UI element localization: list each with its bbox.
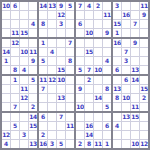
cell-r9c2[interactable]: 1 <box>11 76 19 84</box>
sudoku-box-r1c4: 3111691571 <box>113 2 148 37</box>
cell-r2c16[interactable]: 9 <box>140 11 148 19</box>
cell-r13c5[interactable]: 6 <box>39 113 47 121</box>
cell-r7c13[interactable] <box>113 57 121 65</box>
sudoku-box-r4c2: 671121635 <box>39 113 74 148</box>
cell-r8c16[interactable] <box>140 66 148 74</box>
cell-r3c10[interactable] <box>85 20 93 28</box>
sudoku-box-r2c3: 1545710 <box>76 39 111 74</box>
cell-r9c6[interactable]: 12 <box>48 76 56 84</box>
cell-r10c4[interactable] <box>29 85 37 93</box>
sudoku-box-r4c4: 131541012 <box>113 113 148 148</box>
cell-r1c6[interactable]: 13 <box>48 2 56 10</box>
cell-r13c16[interactable] <box>140 113 148 121</box>
cell-r12c16[interactable] <box>140 103 148 111</box>
cell-r6c7[interactable] <box>57 48 65 56</box>
cell-r6c16[interactable] <box>140 48 148 56</box>
cell-r3c2[interactable] <box>11 20 19 28</box>
cell-r6c3[interactable]: 10 <box>20 48 28 56</box>
cell-r4c16[interactable] <box>140 29 148 37</box>
cell-r9c12[interactable] <box>103 76 111 84</box>
cell-r15c8[interactable] <box>66 131 74 139</box>
cell-r15c4[interactable] <box>29 131 37 139</box>
cell-r5c5[interactable]: 1 <box>39 39 47 47</box>
cell-r1c2[interactable]: 6 <box>11 2 19 10</box>
cell-r14c16[interactable] <box>140 122 148 130</box>
cell-r11c15[interactable] <box>131 94 139 102</box>
cell-r3c1[interactable] <box>2 20 10 28</box>
cell-r14c1[interactable] <box>2 122 10 130</box>
cell-r12c2[interactable]: 7 <box>11 103 19 111</box>
cell-r10c1[interactable] <box>2 85 10 93</box>
cell-r9c5[interactable]: 11 <box>39 76 47 84</box>
cell-r13c11[interactable] <box>94 113 102 121</box>
cell-r14c5[interactable] <box>39 122 47 130</box>
sudoku-box-r2c2: 1745815 <box>39 39 74 74</box>
cell-r15c12[interactable] <box>103 131 111 139</box>
cell-r13c8[interactable] <box>66 113 74 121</box>
cell-r2c9[interactable] <box>76 11 84 19</box>
cell-r4c10[interactable]: 10 <box>85 29 93 37</box>
cell-r8c9[interactable]: 5 <box>76 66 84 74</box>
cell-r1c16[interactable]: 11 <box>140 2 148 10</box>
cell-r7c7[interactable] <box>57 57 65 65</box>
cell-r5c14[interactable] <box>122 39 130 47</box>
cell-r7c11[interactable] <box>94 57 102 65</box>
cell-r4c14[interactable] <box>122 29 130 37</box>
cell-r10c11[interactable] <box>94 85 102 93</box>
cell-r10c6[interactable] <box>48 85 56 93</box>
cell-r5c6[interactable] <box>48 39 56 47</box>
cell-r16c1[interactable]: 4 <box>2 140 10 148</box>
cell-r12c9[interactable]: 10 <box>76 103 84 111</box>
cell-r13c10[interactable] <box>85 113 93 121</box>
cell-r15c13[interactable] <box>113 131 121 139</box>
cell-r10c13[interactable]: 13 <box>113 85 121 93</box>
cell-r4c6[interactable] <box>48 29 56 37</box>
cell-r5c2[interactable]: 12 <box>11 39 19 47</box>
cell-r4c1[interactable] <box>2 29 10 37</box>
cell-r9c15[interactable]: 14 <box>131 76 139 84</box>
cell-r6c15[interactable] <box>131 48 139 56</box>
cell-r13c9[interactable] <box>76 113 84 121</box>
cell-r12c13[interactable] <box>113 103 121 111</box>
cell-r10c10[interactable] <box>85 85 93 93</box>
cell-r2c11[interactable] <box>94 11 102 19</box>
cell-r15c1[interactable]: 12 <box>2 131 10 139</box>
cell-r8c15[interactable]: 13 <box>131 66 139 74</box>
sudoku-box-r4c1: 14515123413 <box>2 113 37 148</box>
cell-r5c3[interactable] <box>20 39 28 47</box>
sudoku-box-r2c1: 121410111984 <box>2 39 37 74</box>
cell-r10c5[interactable]: 7 <box>39 85 47 93</box>
cell-r6c8[interactable] <box>66 48 74 56</box>
sudoku-board: 1064111514139512837421161093111691571121… <box>0 0 150 150</box>
cell-r2c3[interactable] <box>20 11 28 19</box>
cell-r3c5[interactable]: 8 <box>39 20 47 28</box>
cell-r8c13[interactable]: 6 <box>113 66 121 74</box>
cell-r9c1[interactable] <box>2 76 10 84</box>
cell-r4c15[interactable] <box>131 29 139 37</box>
sudoku-box-r3c3: 29814105 <box>76 76 111 111</box>
cell-r10c14[interactable] <box>122 85 130 93</box>
cell-r16c14[interactable] <box>122 140 130 148</box>
cell-r12c11[interactable] <box>94 103 102 111</box>
cell-r7c2[interactable] <box>11 57 19 65</box>
cell-r6c13[interactable] <box>113 48 121 56</box>
cell-r14c3[interactable] <box>20 122 28 130</box>
cell-r4c5[interactable] <box>39 29 47 37</box>
cell-r3c7[interactable]: 3 <box>57 20 65 28</box>
cell-r1c9[interactable]: 7 <box>76 2 84 10</box>
cell-r2c8[interactable] <box>66 11 74 19</box>
cell-r14c11[interactable] <box>94 122 102 130</box>
cell-r1c8[interactable]: 5 <box>66 2 74 10</box>
cell-r7c1[interactable]: 1 <box>2 57 10 65</box>
cell-r3c14[interactable] <box>122 20 130 28</box>
cell-r8c12[interactable] <box>103 66 111 74</box>
cell-r2c12[interactable]: 11 <box>103 11 111 19</box>
cell-r7c5[interactable]: 5 <box>39 57 47 65</box>
cell-r11c9[interactable] <box>76 94 84 102</box>
cell-r4c2[interactable]: 11 <box>11 29 19 37</box>
cell-r8c2[interactable]: 8 <box>11 66 19 74</box>
cell-r1c5[interactable]: 14 <box>39 2 47 10</box>
sudoku-box-r1c3: 742116109 <box>76 2 111 37</box>
cell-r5c13[interactable]: 16 <box>113 39 121 47</box>
cell-r10c9[interactable]: 9 <box>76 85 84 93</box>
cell-r11c10[interactable] <box>85 94 93 102</box>
cell-r16c9[interactable]: 2 <box>76 140 84 148</box>
cell-r15c14[interactable] <box>122 131 130 139</box>
cell-r6c11[interactable] <box>94 48 102 56</box>
sudoku-box-r3c2: 111210713 <box>39 76 74 111</box>
cell-r7c8[interactable]: 8 <box>66 57 74 65</box>
cell-r15c15[interactable] <box>131 131 139 139</box>
cell-r7c4[interactable]: 9 <box>29 57 37 65</box>
cell-r9c10[interactable]: 2 <box>85 76 93 84</box>
cell-r2c7[interactable]: 12 <box>57 11 65 19</box>
cell-r16c10[interactable]: 8 <box>85 140 93 148</box>
cell-r13c13[interactable] <box>113 113 121 121</box>
cell-r9c13[interactable] <box>113 76 121 84</box>
cell-r5c1[interactable] <box>2 39 10 47</box>
cell-r6c12[interactable] <box>103 48 111 56</box>
cell-r10c7[interactable] <box>57 85 65 93</box>
cell-r6c1[interactable]: 14 <box>2 48 10 56</box>
cell-r12c4[interactable]: 2 <box>29 103 37 111</box>
cell-r1c13[interactable]: 3 <box>113 2 121 10</box>
cell-r8c1[interactable] <box>2 66 10 74</box>
cell-r2c15[interactable] <box>131 11 139 19</box>
cell-r6c6[interactable]: 4 <box>48 48 56 56</box>
cell-r2c10[interactable] <box>85 11 93 19</box>
cell-r16c12[interactable]: 1 <box>103 140 111 148</box>
cell-r9c11[interactable] <box>94 76 102 84</box>
cell-r6c9[interactable] <box>76 48 84 56</box>
cell-r4c13[interactable]: 1 <box>113 29 121 37</box>
cell-r9c8[interactable] <box>66 76 74 84</box>
cell-r3c4[interactable]: 4 <box>29 20 37 28</box>
sudoku-box-r4c3: 1661428111 <box>76 113 111 148</box>
cell-r16c7[interactable]: 5 <box>57 140 65 148</box>
cell-r8c11[interactable]: 10 <box>94 66 102 74</box>
cell-r1c3[interactable] <box>20 2 28 10</box>
cell-r1c7[interactable]: 9 <box>57 2 65 10</box>
cell-r8c14[interactable] <box>122 66 130 74</box>
cell-r8c8[interactable] <box>66 66 74 74</box>
cell-r15c9[interactable] <box>76 131 84 139</box>
cell-r11c16[interactable]: 2 <box>140 94 148 102</box>
cell-r12c14[interactable] <box>122 103 130 111</box>
cell-r11c5[interactable] <box>39 94 47 102</box>
cell-r11c2[interactable] <box>11 94 19 102</box>
cell-r15c11[interactable] <box>94 131 102 139</box>
cell-r12c15[interactable]: 11 <box>131 103 139 111</box>
cell-r13c6[interactable] <box>48 113 56 121</box>
cell-r16c6[interactable]: 3 <box>48 140 56 148</box>
cell-r15c3[interactable]: 3 <box>20 131 28 139</box>
sudoku-box-r1c1: 10641115 <box>2 2 37 37</box>
cell-r16c8[interactable] <box>66 140 74 148</box>
cell-r4c4[interactable] <box>29 29 37 37</box>
cell-r11c12[interactable] <box>103 94 111 102</box>
cell-r12c8[interactable] <box>66 103 74 111</box>
cell-r7c12[interactable]: 4 <box>103 57 111 65</box>
cell-r5c8[interactable]: 7 <box>66 39 74 47</box>
cell-r9c3[interactable] <box>20 76 28 84</box>
cell-r11c6[interactable] <box>48 94 56 102</box>
cell-r9c9[interactable] <box>76 76 84 84</box>
cell-r1c4[interactable] <box>29 2 37 10</box>
cell-r5c15[interactable]: 9 <box>131 39 139 47</box>
cell-r8c6[interactable] <box>48 66 56 74</box>
cell-r3c3[interactable] <box>20 20 28 28</box>
cell-r10c3[interactable]: 11 <box>20 85 28 93</box>
cell-r1c10[interactable]: 4 <box>85 2 93 10</box>
cell-r16c4[interactable]: 13 <box>29 140 37 148</box>
cell-r7c10[interactable] <box>85 57 93 65</box>
cell-r4c3[interactable]: 15 <box>20 29 28 37</box>
cell-r3c6[interactable] <box>48 20 56 28</box>
cell-r2c1[interactable] <box>2 11 10 19</box>
cell-r8c4[interactable] <box>29 66 37 74</box>
sudoku-box-r3c1: 15111272 <box>2 76 37 111</box>
cell-r4c9[interactable] <box>76 29 84 37</box>
cell-r13c3[interactable] <box>20 113 28 121</box>
cell-r15c16[interactable] <box>140 131 148 139</box>
cell-r13c7[interactable]: 7 <box>57 113 65 121</box>
cell-r3c11[interactable] <box>94 20 102 28</box>
cell-r13c1[interactable] <box>2 113 10 121</box>
cell-r3c15[interactable]: 7 <box>131 20 139 28</box>
cell-r11c13[interactable]: 8 <box>113 94 121 102</box>
cell-r10c2[interactable] <box>11 85 19 93</box>
cell-r4c12[interactable]: 9 <box>103 29 111 37</box>
cell-r2c14[interactable]: 16 <box>122 11 130 19</box>
cell-r3c12[interactable] <box>103 20 111 28</box>
cell-r1c11[interactable]: 2 <box>94 2 102 10</box>
sudoku-box-r1c2: 1413951283 <box>39 2 74 37</box>
cell-r14c13[interactable]: 4 <box>113 122 121 130</box>
cell-r9c16[interactable] <box>140 76 148 84</box>
cell-r4c7[interactable] <box>57 29 65 37</box>
cell-r14c7[interactable] <box>57 122 65 130</box>
cell-r6c10[interactable]: 15 <box>85 48 93 56</box>
sudoku-box-r3c4: 6141315810211 <box>113 76 148 111</box>
cell-r16c15[interactable]: 10 <box>131 140 139 148</box>
sudoku-app: 1064111514139512837421161093111691571121… <box>0 0 150 150</box>
cell-r7c15[interactable] <box>131 57 139 65</box>
cell-r11c14[interactable]: 10 <box>122 94 130 102</box>
cell-r7c14[interactable]: 3 <box>122 57 130 65</box>
cell-r3c9[interactable]: 6 <box>76 20 84 28</box>
cell-r13c15[interactable]: 15 <box>131 113 139 121</box>
cell-r2c2[interactable] <box>11 11 19 19</box>
cell-r12c1[interactable] <box>2 103 10 111</box>
cell-r2c13[interactable] <box>113 11 121 19</box>
cell-r7c16[interactable] <box>140 57 148 65</box>
cell-r16c11[interactable]: 11 <box>94 140 102 148</box>
cell-r9c4[interactable]: 5 <box>29 76 37 84</box>
cell-r11c1[interactable] <box>2 94 10 102</box>
cell-r12c6[interactable] <box>48 103 56 111</box>
cell-r5c16[interactable] <box>140 39 148 47</box>
cell-r14c4[interactable]: 15 <box>29 122 37 130</box>
cell-r6c5[interactable] <box>39 48 47 56</box>
cell-r3c16[interactable] <box>140 20 148 28</box>
cell-r5c12[interactable] <box>103 39 111 47</box>
cell-r6c2[interactable] <box>11 48 19 56</box>
cell-r10c16[interactable]: 15 <box>140 85 148 93</box>
cell-r14c9[interactable] <box>76 122 84 130</box>
cell-r14c14[interactable] <box>122 122 130 130</box>
cell-r12c5[interactable] <box>39 103 47 111</box>
cell-r11c8[interactable] <box>66 94 74 102</box>
cell-r13c14[interactable]: 13 <box>122 113 130 121</box>
cell-r10c8[interactable] <box>66 85 74 93</box>
cell-r3c8[interactable] <box>66 20 74 28</box>
cell-r8c10[interactable]: 7 <box>85 66 93 74</box>
cell-r15c6[interactable] <box>48 131 56 139</box>
cell-r1c15[interactable] <box>131 2 139 10</box>
cell-r8c7[interactable]: 15 <box>57 66 65 74</box>
cell-r11c11[interactable]: 14 <box>94 94 102 102</box>
cell-r15c7[interactable] <box>57 131 65 139</box>
cell-r6c14[interactable]: 7 <box>122 48 130 56</box>
cell-r11c3[interactable]: 12 <box>20 94 28 102</box>
cell-r10c15[interactable] <box>131 85 139 93</box>
cell-r8c3[interactable]: 4 <box>20 66 28 74</box>
cell-r7c9[interactable] <box>76 57 84 65</box>
cell-r14c2[interactable]: 5 <box>11 122 19 130</box>
cell-r6c4[interactable]: 11 <box>29 48 37 56</box>
cell-r16c16[interactable]: 12 <box>140 140 148 148</box>
cell-r14c8[interactable]: 11 <box>66 122 74 130</box>
sudoku-box-r2c4: 16973613 <box>113 39 148 74</box>
cell-r15c5[interactable]: 2 <box>39 131 47 139</box>
cell-r5c7[interactable] <box>57 39 65 47</box>
cell-r5c10[interactable] <box>85 39 93 47</box>
cell-r13c12[interactable] <box>103 113 111 121</box>
cell-r7c6[interactable] <box>48 57 56 65</box>
cell-r5c11[interactable] <box>94 39 102 47</box>
cell-r7c3[interactable] <box>20 57 28 65</box>
cell-r11c4[interactable] <box>29 94 37 102</box>
cell-r12c3[interactable] <box>20 103 28 111</box>
cell-r16c2[interactable] <box>11 140 19 148</box>
cell-r1c1[interactable]: 10 <box>2 2 10 10</box>
cell-r11c7[interactable]: 13 <box>57 94 65 102</box>
cell-r1c14[interactable] <box>122 2 130 10</box>
cell-r12c7[interactable] <box>57 103 65 111</box>
cell-r14c10[interactable]: 16 <box>85 122 93 130</box>
cell-r1c12[interactable] <box>103 2 111 10</box>
cell-r12c12[interactable]: 5 <box>103 103 111 111</box>
cell-r5c4[interactable] <box>29 39 37 47</box>
cell-r13c4[interactable]: 14 <box>29 113 37 121</box>
cell-r14c15[interactable] <box>131 122 139 130</box>
cell-r13c2[interactable] <box>11 113 19 121</box>
cell-r2c4[interactable] <box>29 11 37 19</box>
cell-r4c11[interactable] <box>94 29 102 37</box>
cell-r15c2[interactable] <box>11 131 19 139</box>
cell-r16c3[interactable] <box>20 140 28 148</box>
cell-r12c10[interactable] <box>85 103 93 111</box>
cell-r16c5[interactable]: 16 <box>39 140 47 148</box>
cell-r9c7[interactable]: 10 <box>57 76 65 84</box>
cell-r15c10[interactable]: 14 <box>85 131 93 139</box>
cell-r5c9[interactable] <box>76 39 84 47</box>
cell-r16c13[interactable] <box>113 140 121 148</box>
cell-r14c6[interactable] <box>48 122 56 130</box>
cell-r2c5[interactable] <box>39 11 47 19</box>
cell-r3c13[interactable]: 15 <box>113 20 121 28</box>
cell-r4c8[interactable] <box>66 29 74 37</box>
cell-r14c12[interactable]: 6 <box>103 122 111 130</box>
cell-r8c5[interactable] <box>39 66 47 74</box>
cell-r2c6[interactable] <box>48 11 56 19</box>
cell-r9c14[interactable]: 6 <box>122 76 130 84</box>
cell-r10c12[interactable]: 8 <box>103 85 111 93</box>
